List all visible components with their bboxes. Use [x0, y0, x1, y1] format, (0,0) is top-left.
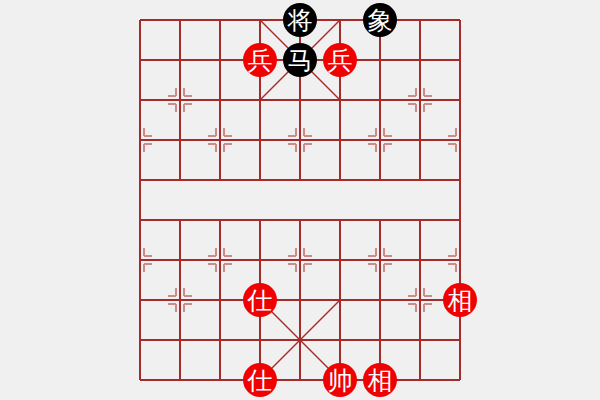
- red-advisor-1-glyph: 仕: [248, 288, 273, 313]
- red-soldier-1-glyph: 兵: [248, 48, 273, 73]
- piece-red-soldier-1[interactable]: 兵: [243, 43, 277, 77]
- piece-red-general[interactable]: 帅: [323, 363, 357, 397]
- black-elephant-glyph: 象: [368, 8, 393, 33]
- pieces-layer: 将象兵马兵仕相仕帅相: [120, 0, 480, 400]
- piece-red-elephant-2[interactable]: 相: [363, 363, 397, 397]
- screen: 将象兵马兵仕相仕帅相: [0, 0, 600, 400]
- red-advisor-2-glyph: 仕: [248, 368, 273, 393]
- black-horse-glyph: 马: [288, 48, 313, 73]
- piece-red-soldier-2[interactable]: 兵: [323, 43, 357, 77]
- piece-black-general[interactable]: 将: [283, 3, 317, 37]
- black-general-glyph: 将: [288, 8, 313, 33]
- piece-red-advisor-2[interactable]: 仕: [243, 363, 277, 397]
- red-elephant-2-glyph: 相: [368, 368, 393, 393]
- piece-black-horse[interactable]: 马: [283, 43, 317, 77]
- piece-red-advisor-1[interactable]: 仕: [243, 283, 277, 317]
- piece-black-elephant[interactable]: 象: [363, 3, 397, 37]
- piece-red-elephant-1[interactable]: 相: [443, 283, 477, 317]
- red-soldier-2-glyph: 兵: [328, 48, 353, 73]
- xiangqi-board: 将象兵马兵仕相仕帅相: [0, 0, 600, 400]
- red-general-glyph: 帅: [328, 368, 353, 393]
- red-elephant-1-glyph: 相: [448, 288, 473, 313]
